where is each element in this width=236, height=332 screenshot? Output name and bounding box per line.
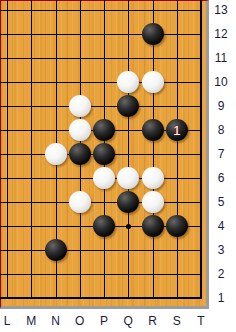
intersection-Q6[interactable] (116, 166, 140, 190)
white-stone-R10[interactable] (142, 71, 164, 93)
row-label-5: 5 (218, 195, 225, 209)
intersection-O7[interactable] (68, 142, 92, 166)
black-stone-Q9[interactable] (117, 95, 139, 117)
intersection-N7[interactable] (43, 142, 67, 166)
row-label-7: 7 (218, 147, 225, 161)
intersection-S4[interactable] (165, 214, 189, 238)
black-stone-S4[interactable] (166, 215, 188, 237)
white-stone-Q6[interactable] (117, 167, 139, 189)
intersection-R4[interactable] (140, 214, 164, 238)
go-board-diagram: 1 LMNOPQRST13121110987654321 (0, 0, 236, 332)
col-label-M: M (26, 314, 36, 328)
intersection-R5[interactable] (140, 190, 164, 214)
intersection-O5[interactable] (68, 190, 92, 214)
intersection-N3[interactable] (43, 238, 67, 262)
row-label-4: 4 (218, 219, 225, 233)
intersection-P6[interactable] (92, 166, 116, 190)
intersection-O8[interactable] (68, 118, 92, 142)
black-stone-P4[interactable] (93, 215, 115, 237)
row-label-1: 1 (218, 291, 225, 305)
row-label-8: 8 (218, 123, 225, 137)
black-stone-R8[interactable] (142, 119, 164, 141)
black-stone-P7[interactable] (93, 143, 115, 165)
black-stone-R12[interactable] (142, 23, 164, 45)
white-stone-R5[interactable] (142, 191, 164, 213)
row-label-10: 10 (214, 75, 227, 89)
col-label-N: N (51, 314, 60, 328)
white-stone-N7[interactable] (45, 143, 67, 165)
intersection-Q10[interactable] (116, 70, 140, 94)
intersection-S8[interactable]: 1 (165, 118, 189, 142)
white-stone-O5[interactable] (69, 191, 91, 213)
row-label-11: 11 (215, 51, 227, 65)
row-label-12: 12 (214, 27, 227, 41)
intersection-R6[interactable] (140, 166, 164, 190)
row-label-9: 9 (218, 99, 225, 113)
intersection-Q5[interactable] (116, 190, 140, 214)
col-label-S: S (173, 314, 181, 328)
col-label-L: L (4, 314, 11, 328)
row-label-13: 13 (214, 3, 227, 17)
white-stone-R6[interactable] (142, 167, 164, 189)
row-label-2: 2 (218, 267, 225, 281)
move-number-label: 1 (173, 124, 180, 137)
white-stone-P6[interactable] (93, 167, 115, 189)
white-stone-Q10[interactable] (117, 71, 139, 93)
black-stone-Q5[interactable] (117, 191, 139, 213)
row-label-3: 3 (218, 243, 225, 257)
black-stone-S8[interactable]: 1 (166, 119, 188, 141)
col-label-O: O (75, 314, 84, 328)
black-stone-N3[interactable] (45, 239, 67, 261)
intersection-Q4[interactable] (116, 214, 140, 238)
intersection-Q9[interactable] (116, 94, 140, 118)
intersection-R10[interactable] (140, 70, 164, 94)
black-stone-O7[interactable] (69, 143, 91, 165)
star-point-Q4 (126, 224, 131, 229)
black-stone-P8[interactable] (93, 119, 115, 141)
white-stone-O9[interactable] (69, 95, 91, 117)
col-label-P: P (100, 314, 108, 328)
col-label-R: R (148, 314, 157, 328)
col-label-Q: Q (124, 314, 133, 328)
intersection-O9[interactable] (68, 94, 92, 118)
row-label-6: 6 (218, 171, 225, 185)
intersection-P7[interactable] (92, 142, 116, 166)
intersection-P4[interactable] (92, 214, 116, 238)
black-stone-R4[interactable] (142, 215, 164, 237)
white-stone-O8[interactable] (69, 119, 91, 141)
intersection-R8[interactable] (140, 118, 164, 142)
col-label-T: T (197, 314, 204, 328)
intersection-R12[interactable] (140, 22, 164, 46)
board-cells: 1 (0, 0, 213, 310)
intersection-P8[interactable] (92, 118, 116, 142)
